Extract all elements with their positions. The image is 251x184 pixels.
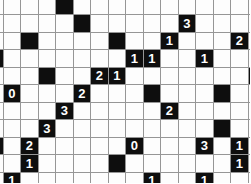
clue-number: 1 [236, 139, 243, 152]
clue-cell: 3 [39, 120, 56, 137]
grid-cell[interactable] [21, 50, 38, 67]
grid-cell[interactable] [214, 103, 231, 120]
grid-cell[interactable] [126, 120, 143, 137]
black-cell [144, 85, 161, 102]
black-cell [109, 33, 126, 50]
grid-cell[interactable] [214, 33, 231, 50]
grid-cell[interactable] [126, 103, 143, 120]
grid-cell[interactable] [144, 155, 161, 172]
clue-number: 2 [78, 87, 85, 100]
clue-number: 1 [201, 174, 208, 183]
grid-cell[interactable] [109, 15, 126, 32]
grid-cell[interactable] [91, 50, 108, 67]
clue-number: 1 [26, 157, 33, 170]
grid-cell[interactable] [249, 15, 251, 32]
grid-cell[interactable] [179, 0, 196, 14]
grid-cell[interactable] [179, 103, 196, 120]
grid-cell[interactable] [0, 68, 3, 85]
grid-cell[interactable] [0, 85, 3, 102]
grid-cell[interactable] [21, 85, 38, 102]
grid-cell[interactable] [214, 138, 231, 155]
grid-cell[interactable] [179, 120, 196, 137]
grid-cell[interactable] [74, 103, 91, 120]
clue-number: 3 [61, 104, 68, 117]
clue-number: 1 [113, 69, 120, 82]
clue-cell: 1 [196, 173, 213, 184]
grid-cell[interactable] [4, 120, 21, 137]
grid-cell[interactable] [179, 33, 196, 50]
clue-number: 1 [148, 52, 155, 65]
grid-cell[interactable] [126, 33, 143, 50]
grid-cell[interactable] [91, 103, 108, 120]
grid-cell[interactable] [56, 50, 73, 67]
grid-cell[interactable] [109, 0, 126, 14]
grid-cell[interactable] [56, 120, 73, 137]
grid-cell[interactable] [0, 0, 3, 14]
grid-cell[interactable] [144, 103, 161, 120]
grid-cell[interactable] [249, 155, 251, 172]
clue-cell: 1 [4, 173, 21, 184]
grid-cell[interactable] [39, 85, 56, 102]
grid-cell[interactable] [161, 138, 178, 155]
grid-cell[interactable] [144, 0, 161, 14]
clue-number: 3 [201, 139, 208, 152]
clue-number: 1 [8, 174, 15, 183]
clue-number: 1 [148, 174, 155, 183]
clue-number: 2 [236, 34, 243, 47]
puzzle-board: 3121112102323203111111 [0, 0, 250, 183]
grid-cell[interactable] [249, 120, 251, 137]
grid-cell[interactable] [144, 33, 161, 50]
grid-cell[interactable] [74, 173, 91, 184]
clue-cell: 1 [144, 50, 161, 67]
grid-cell[interactable] [4, 15, 21, 32]
clue-number: 3 [43, 122, 50, 135]
grid-cell[interactable] [161, 85, 178, 102]
clue-cell: 3 [179, 15, 196, 32]
clue-number: 1 [236, 157, 243, 170]
grid-cell[interactable] [109, 103, 126, 120]
grid-cell[interactable] [91, 155, 108, 172]
grid-cell[interactable] [231, 50, 248, 67]
black-cell [74, 15, 91, 32]
grid-cell[interactable] [179, 138, 196, 155]
grid-cell[interactable] [196, 33, 213, 50]
grid-cell[interactable] [249, 103, 251, 120]
grid-cell[interactable] [214, 68, 231, 85]
grid-cell[interactable] [56, 155, 73, 172]
grid-cell[interactable] [179, 85, 196, 102]
grid-cell[interactable] [39, 103, 56, 120]
grid-cell[interactable] [91, 173, 108, 184]
grid-cell[interactable] [21, 68, 38, 85]
grid-cell[interactable] [21, 103, 38, 120]
grid-cell[interactable] [4, 103, 21, 120]
grid-cell[interactable] [144, 120, 161, 137]
grid-cell[interactable] [74, 120, 91, 137]
grid-cell[interactable] [56, 33, 73, 50]
grid-cell[interactable] [231, 68, 248, 85]
grid-cell[interactable] [74, 0, 91, 14]
grid-cell[interactable] [4, 33, 21, 50]
grid-cell[interactable] [0, 103, 3, 120]
grid-cell[interactable] [109, 85, 126, 102]
black-cell [214, 120, 231, 137]
grid-cell[interactable] [74, 33, 91, 50]
black-cell [21, 33, 38, 50]
grid-cell[interactable] [74, 138, 91, 155]
grid-cell[interactable] [91, 120, 108, 137]
grid-cell[interactable] [21, 120, 38, 137]
grid-cell[interactable] [196, 120, 213, 137]
grid-cell[interactable] [74, 50, 91, 67]
grid-cell[interactable] [161, 120, 178, 137]
grid-cell[interactable] [214, 0, 231, 14]
grid-cell[interactable] [91, 85, 108, 102]
grid-cell[interactable] [39, 33, 56, 50]
grid-cell[interactable] [214, 15, 231, 32]
clue-number: 1 [166, 34, 173, 47]
grid-cell[interactable] [74, 68, 91, 85]
clue-cell: 1 [231, 155, 248, 172]
clue-number: 2 [26, 139, 33, 152]
clue-cell: 3 [196, 138, 213, 155]
grid-cell[interactable] [39, 0, 56, 14]
grid-cell[interactable] [179, 68, 196, 85]
clue-cell: 1 [231, 138, 248, 155]
clue-cell: 1 [109, 68, 126, 85]
grid-cell[interactable] [21, 0, 38, 14]
grid-cell[interactable] [39, 50, 56, 67]
black-cell [0, 138, 3, 155]
grid-cell[interactable] [21, 173, 38, 184]
grid-cell[interactable] [249, 173, 251, 184]
grid-cell[interactable] [231, 0, 248, 14]
grid-cell[interactable] [56, 68, 73, 85]
grid-cell[interactable] [249, 85, 251, 102]
grid-cell[interactable] [56, 15, 73, 32]
grid-cell[interactable] [91, 138, 108, 155]
grid-cell[interactable] [231, 103, 248, 120]
clue-number: 1 [131, 52, 138, 65]
grid-cell[interactable] [161, 155, 178, 172]
clue-number: 1 [201, 52, 208, 65]
grid-cell[interactable] [109, 138, 126, 155]
grid-cell[interactable] [0, 15, 3, 32]
grid-cell[interactable] [144, 138, 161, 155]
grid-cell[interactable] [39, 138, 56, 155]
grid-cell[interactable] [231, 120, 248, 137]
grid-cell[interactable] [249, 50, 251, 67]
grid-cell[interactable] [196, 0, 213, 14]
black-cell [109, 155, 126, 172]
grid-cell[interactable] [161, 0, 178, 14]
clue-number: 0 [131, 139, 138, 152]
grid-cell[interactable] [161, 68, 178, 85]
clue-number: 3 [183, 17, 190, 30]
grid-cell[interactable] [126, 0, 143, 14]
grid-cell[interactable] [126, 15, 143, 32]
black-cell [249, 68, 251, 85]
grid-cell[interactable] [4, 50, 21, 67]
grid-cell[interactable] [4, 68, 21, 85]
grid-cell[interactable] [161, 15, 178, 32]
grid-cell[interactable] [91, 15, 108, 32]
black-cell [56, 0, 73, 14]
grid-cell[interactable] [4, 155, 21, 172]
grid-cell[interactable] [161, 173, 178, 184]
grid-cell[interactable] [0, 173, 3, 184]
grid-cell[interactable] [196, 85, 213, 102]
grid-cell[interactable] [91, 33, 108, 50]
grid-cell[interactable] [126, 68, 143, 85]
grid-cell[interactable] [74, 155, 91, 172]
grid-cell[interactable] [39, 173, 56, 184]
grid-cell[interactable] [249, 138, 251, 155]
grid-cell[interactable] [91, 0, 108, 14]
clue-cell: 1 [144, 173, 161, 184]
clue-cell: 1 [21, 155, 38, 172]
grid-cell[interactable] [109, 120, 126, 137]
grid-cell[interactable] [214, 50, 231, 67]
black-cell [0, 50, 3, 67]
grid-cell[interactable] [0, 33, 3, 50]
grid-cell[interactable] [144, 68, 161, 85]
grid-cell[interactable] [0, 155, 3, 172]
grid-cell[interactable] [126, 85, 143, 102]
clue-cell: 2 [231, 33, 248, 50]
grid-cell[interactable] [4, 0, 21, 14]
clue-cell: 0 [4, 85, 21, 102]
grid-cell[interactable] [231, 85, 248, 102]
grid-cell[interactable] [214, 155, 231, 172]
grid-cell[interactable] [231, 15, 248, 32]
grid-cell[interactable] [179, 50, 196, 67]
clue-number: 2 [166, 104, 173, 117]
grid-cell[interactable] [196, 155, 213, 172]
black-cell [39, 68, 56, 85]
clue-cell: 2 [21, 138, 38, 155]
grid-cell[interactable] [4, 138, 21, 155]
grid-cell[interactable] [249, 33, 251, 50]
black-cell [214, 85, 231, 102]
clue-number: 2 [96, 69, 103, 82]
grid-cell[interactable] [56, 138, 73, 155]
grid-cell[interactable] [179, 155, 196, 172]
grid-cell[interactable] [21, 15, 38, 32]
grid-cell[interactable] [196, 15, 213, 32]
clue-cell: 0 [126, 138, 143, 155]
clue-cell: 1 [161, 33, 178, 50]
grid-cell[interactable] [196, 68, 213, 85]
grid-cell[interactable] [196, 103, 213, 120]
clue-cell: 2 [74, 85, 91, 102]
clue-cell: 1 [196, 50, 213, 67]
grid-cell[interactable] [56, 173, 73, 184]
grid-cell[interactable] [56, 85, 73, 102]
grid-cell[interactable] [179, 173, 196, 184]
grid-cell[interactable] [161, 50, 178, 67]
clue-cell: 2 [91, 68, 108, 85]
clue-number: 0 [8, 87, 15, 100]
grid-cell[interactable] [126, 155, 143, 172]
grid-cell[interactable] [249, 0, 251, 14]
grid-cell[interactable] [126, 173, 143, 184]
clue-cell: 3 [56, 103, 73, 120]
grid-cell[interactable] [231, 173, 248, 184]
grid-cell[interactable] [144, 15, 161, 32]
grid-cell[interactable] [109, 50, 126, 67]
clue-cell: 2 [161, 103, 178, 120]
grid-cell[interactable] [39, 15, 56, 32]
clue-cell: 1 [126, 50, 143, 67]
grid-cell[interactable] [214, 173, 231, 184]
grid-cell[interactable] [39, 155, 56, 172]
grid-cell[interactable] [109, 173, 126, 184]
grid-cell[interactable] [0, 120, 3, 137]
